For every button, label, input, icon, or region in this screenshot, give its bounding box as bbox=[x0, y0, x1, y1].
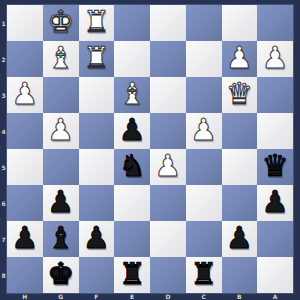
square-e5[interactable]: ♞ bbox=[114, 149, 150, 185]
square-g8[interactable]: ♚ bbox=[43, 257, 79, 293]
square-c4[interactable]: ♟ bbox=[186, 113, 222, 149]
square-a2[interactable]: ♟ bbox=[257, 41, 293, 77]
square-f3[interactable] bbox=[79, 77, 115, 113]
square-a6[interactable]: ♟ bbox=[257, 185, 293, 221]
square-g6[interactable]: ♟ bbox=[43, 185, 79, 221]
square-d6[interactable] bbox=[150, 185, 186, 221]
square-e1[interactable] bbox=[114, 5, 150, 41]
square-g1[interactable]: ♚ bbox=[43, 5, 79, 41]
square-a1[interactable] bbox=[257, 5, 293, 41]
square-a5[interactable]: ♛ bbox=[257, 149, 293, 185]
file-label-f: F bbox=[79, 292, 115, 300]
chess-board: ♚♜♝♜♟♟♟♝♛♟♟♟♞♟♛♟♟♟♝♟♟♚♜♜ bbox=[7, 5, 293, 293]
black-king[interactable]: ♚ bbox=[47, 259, 74, 289]
black-rook[interactable]: ♜ bbox=[190, 259, 217, 289]
rank-label-8: 8 bbox=[0, 257, 7, 293]
square-d1[interactable] bbox=[150, 5, 186, 41]
square-a7[interactable] bbox=[257, 221, 293, 257]
square-b7[interactable]: ♟ bbox=[222, 221, 258, 257]
black-pawn[interactable]: ♟ bbox=[83, 223, 110, 253]
white-queen[interactable]: ♛ bbox=[226, 79, 253, 109]
white-bishop[interactable]: ♝ bbox=[47, 43, 74, 73]
square-a8[interactable] bbox=[257, 257, 293, 293]
square-a3[interactable] bbox=[257, 77, 293, 113]
square-c1[interactable] bbox=[186, 5, 222, 41]
square-b4[interactable] bbox=[222, 113, 258, 149]
white-pawn[interactable]: ♟ bbox=[154, 151, 181, 181]
rank-label-1: 1 bbox=[0, 5, 7, 41]
square-c2[interactable] bbox=[186, 41, 222, 77]
square-h2[interactable] bbox=[7, 41, 43, 77]
black-pawn[interactable]: ♟ bbox=[262, 187, 289, 217]
square-b1[interactable] bbox=[222, 5, 258, 41]
file-label-c: C bbox=[186, 292, 222, 300]
file-label-b: B bbox=[222, 292, 258, 300]
black-bishop[interactable]: ♝ bbox=[47, 223, 74, 253]
square-b5[interactable] bbox=[222, 149, 258, 185]
white-rook[interactable]: ♜ bbox=[83, 7, 110, 37]
square-d7[interactable] bbox=[150, 221, 186, 257]
square-f6[interactable] bbox=[79, 185, 115, 221]
square-g7[interactable]: ♝ bbox=[43, 221, 79, 257]
square-e4[interactable]: ♟ bbox=[114, 113, 150, 149]
file-label-a: A bbox=[257, 292, 293, 300]
black-queen[interactable]: ♛ bbox=[262, 151, 289, 181]
black-pawn[interactable]: ♟ bbox=[226, 223, 253, 253]
rank-label-2: 2 bbox=[0, 41, 7, 77]
rank-labels: 12345678 bbox=[0, 5, 7, 293]
square-g3[interactable] bbox=[43, 77, 79, 113]
square-d8[interactable] bbox=[150, 257, 186, 293]
white-bishop[interactable]: ♝ bbox=[119, 79, 146, 109]
square-b8[interactable] bbox=[222, 257, 258, 293]
square-f8[interactable] bbox=[79, 257, 115, 293]
square-f2[interactable]: ♜ bbox=[79, 41, 115, 77]
square-a4[interactable] bbox=[257, 113, 293, 149]
square-c7[interactable] bbox=[186, 221, 222, 257]
black-knight[interactable]: ♞ bbox=[119, 151, 146, 181]
black-rook[interactable]: ♜ bbox=[119, 259, 146, 289]
square-f5[interactable] bbox=[79, 149, 115, 185]
chess-app: 12345678 ♚♜♝♜♟♟♟♝♛♟♟♟♞♟♛♟♟♟♝♟♟♚♜♜ HGFEDC… bbox=[0, 0, 300, 300]
square-f7[interactable]: ♟ bbox=[79, 221, 115, 257]
rank-label-3: 3 bbox=[0, 77, 7, 113]
square-d4[interactable] bbox=[150, 113, 186, 149]
square-e6[interactable] bbox=[114, 185, 150, 221]
square-g4[interactable]: ♟ bbox=[43, 113, 79, 149]
white-pawn[interactable]: ♟ bbox=[190, 115, 217, 145]
rank-label-5: 5 bbox=[0, 149, 7, 185]
rank-label-7: 7 bbox=[0, 221, 7, 257]
white-pawn[interactable]: ♟ bbox=[11, 79, 38, 109]
rank-label-4: 4 bbox=[0, 113, 7, 149]
square-f4[interactable] bbox=[79, 113, 115, 149]
square-b6[interactable] bbox=[222, 185, 258, 221]
square-h4[interactable] bbox=[7, 113, 43, 149]
square-c6[interactable] bbox=[186, 185, 222, 221]
file-label-d: D bbox=[150, 292, 186, 300]
square-h7[interactable]: ♟ bbox=[7, 221, 43, 257]
white-rook[interactable]: ♜ bbox=[83, 43, 110, 73]
black-pawn[interactable]: ♟ bbox=[11, 223, 38, 253]
file-labels: HGFEDCBA bbox=[7, 292, 293, 300]
square-c8[interactable]: ♜ bbox=[186, 257, 222, 293]
square-d5[interactable]: ♟ bbox=[150, 149, 186, 185]
square-g5[interactable] bbox=[43, 149, 79, 185]
square-c3[interactable] bbox=[186, 77, 222, 113]
square-h6[interactable] bbox=[7, 185, 43, 221]
square-h3[interactable]: ♟ bbox=[7, 77, 43, 113]
square-e3[interactable]: ♝ bbox=[114, 77, 150, 113]
square-f1[interactable]: ♜ bbox=[79, 5, 115, 41]
black-pawn[interactable]: ♟ bbox=[47, 187, 74, 217]
white-king[interactable]: ♚ bbox=[47, 7, 74, 37]
square-e2[interactable] bbox=[114, 41, 150, 77]
square-h8[interactable] bbox=[7, 257, 43, 293]
file-label-g: G bbox=[43, 292, 79, 300]
rank-label-6: 6 bbox=[0, 185, 7, 221]
black-pawn[interactable]: ♟ bbox=[119, 115, 146, 145]
file-label-e: E bbox=[114, 292, 150, 300]
square-d2[interactable] bbox=[150, 41, 186, 77]
square-b3[interactable]: ♛ bbox=[222, 77, 258, 113]
square-g2[interactable]: ♝ bbox=[43, 41, 79, 77]
white-pawn[interactable]: ♟ bbox=[47, 115, 74, 145]
square-e7[interactable] bbox=[114, 221, 150, 257]
square-d3[interactable] bbox=[150, 77, 186, 113]
square-b2[interactable]: ♟ bbox=[222, 41, 258, 77]
square-c5[interactable] bbox=[186, 149, 222, 185]
square-e8[interactable]: ♜ bbox=[114, 257, 150, 293]
white-pawn[interactable]: ♟ bbox=[262, 43, 289, 73]
square-h5[interactable] bbox=[7, 149, 43, 185]
file-label-h: H bbox=[7, 292, 43, 300]
square-h1[interactable] bbox=[7, 5, 43, 41]
white-pawn[interactable]: ♟ bbox=[226, 43, 253, 73]
